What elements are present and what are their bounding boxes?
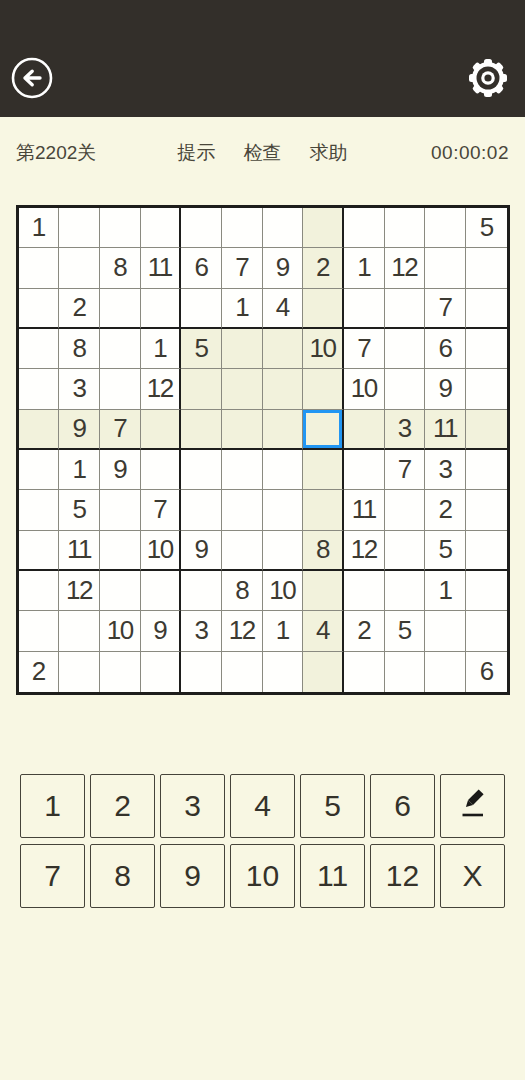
- sudoku-cell-r9c7[interactable]: [263, 531, 304, 571]
- key-11[interactable]: 11: [300, 844, 365, 908]
- sudoku-cell-r7c6[interactable]: [222, 450, 263, 490]
- sudoku-cell-r10c1[interactable]: [19, 571, 60, 611]
- sudoku-cell-r3c6[interactable]: 1: [222, 289, 263, 329]
- sudoku-cell-r10c5[interactable]: [181, 571, 222, 611]
- sudoku-cell-r11c6[interactable]: 12: [222, 611, 263, 651]
- sudoku-cell-r4c1[interactable]: [19, 329, 60, 369]
- sudoku-cell-r10c10[interactable]: [385, 571, 426, 611]
- sudoku-cell-r4c2[interactable]: 8: [59, 329, 100, 369]
- settings-button[interactable]: [466, 58, 510, 102]
- sudoku-cell-r8c7[interactable]: [263, 490, 304, 530]
- sudoku-cell-r7c11[interactable]: 3: [425, 450, 466, 490]
- sudoku-cell-r8c3[interactable]: [100, 490, 141, 530]
- sudoku-cell-r11c10[interactable]: 5: [385, 611, 426, 651]
- sudoku-cell-r2c1[interactable]: [19, 248, 60, 288]
- sudoku-cell-r7c4[interactable]: [141, 450, 182, 490]
- key-9[interactable]: 9: [160, 844, 225, 908]
- key-8[interactable]: 8: [90, 844, 155, 908]
- key-7[interactable]: 7: [20, 844, 85, 908]
- sudoku-cell-r11c4[interactable]: 9: [141, 611, 182, 651]
- sudoku-cell-r6c3[interactable]: 7: [100, 410, 141, 450]
- sudoku-cell-r3c12[interactable]: [466, 289, 507, 329]
- back-button[interactable]: [10, 58, 54, 102]
- sudoku-cell-r3c1[interactable]: [19, 289, 60, 329]
- sudoku-cell-r3c9[interactable]: [344, 289, 385, 329]
- sudoku-cell-r5c1[interactable]: [19, 369, 60, 409]
- sudoku-cell-r5c7[interactable]: [263, 369, 304, 409]
- sudoku-cell-r3c2[interactable]: 2: [59, 289, 100, 329]
- sudoku-cell-r9c10[interactable]: [385, 531, 426, 571]
- sudoku-cell-r10c7[interactable]: 10: [263, 571, 304, 611]
- sudoku-cell-r12c12[interactable]: 6: [466, 652, 507, 692]
- sudoku-cell-r8c4[interactable]: 7: [141, 490, 182, 530]
- sudoku-cell-r2c5[interactable]: 6: [181, 248, 222, 288]
- sudoku-cell-r9c11[interactable]: 5: [425, 531, 466, 571]
- sudoku-cell-r8c1[interactable]: [19, 490, 60, 530]
- sudoku-cell-r7c12[interactable]: [466, 450, 507, 490]
- game-toolbar: 第2202关 提示 检查 求助 00:00:02: [0, 117, 525, 189]
- sudoku-cell-r4c6[interactable]: [222, 329, 263, 369]
- sudoku-cell-r1c10[interactable]: [385, 208, 426, 248]
- sudoku-cell-r11c1[interactable]: [19, 611, 60, 651]
- sudoku-cell-r5c11[interactable]: 9: [425, 369, 466, 409]
- sudoku-cell-r6c10[interactable]: 3: [385, 410, 426, 450]
- sudoku-cell-r11c5[interactable]: 3: [181, 611, 222, 651]
- sudoku-cell-r6c9[interactable]: [344, 410, 385, 450]
- erase-button[interactable]: X: [440, 844, 505, 908]
- pencil-button[interactable]: [440, 774, 505, 838]
- sudoku-cell-r2c7[interactable]: 9: [263, 248, 304, 288]
- sudoku-cell-r1c5[interactable]: [181, 208, 222, 248]
- sudoku-cell-r4c5[interactable]: 5: [181, 329, 222, 369]
- sudoku-cell-r1c3[interactable]: [100, 208, 141, 248]
- sudoku-cell-r12c7[interactable]: [263, 652, 304, 692]
- sudoku-cell-r1c2[interactable]: [59, 208, 100, 248]
- number-keypad: 1 2 3 4 5 6 7 8 9 10 11 12 X: [20, 774, 505, 908]
- key-2[interactable]: 2: [90, 774, 155, 838]
- sudoku-cell-r9c6[interactable]: [222, 531, 263, 571]
- key-6[interactable]: 6: [370, 774, 435, 838]
- sudoku-cell-r6c7[interactable]: [263, 410, 304, 450]
- sudoku-cell-r5c5[interactable]: [181, 369, 222, 409]
- sudoku-cell-r10c3[interactable]: [100, 571, 141, 611]
- sudoku-cell-r6c1[interactable]: [19, 410, 60, 450]
- sudoku-cell-r3c8[interactable]: [303, 289, 344, 329]
- keypad-row-1: 1 2 3 4 5 6: [20, 774, 505, 838]
- sudoku-cell-r7c3[interactable]: 9: [100, 450, 141, 490]
- sudoku-cell-r11c9[interactable]: 2: [344, 611, 385, 651]
- gear-icon: [466, 56, 510, 104]
- sudoku-cell-r4c9[interactable]: 7: [344, 329, 385, 369]
- sudoku-cell-r2c6[interactable]: 7: [222, 248, 263, 288]
- sudoku-cell-r10c11[interactable]: 1: [425, 571, 466, 611]
- sudoku-cell-r2c12[interactable]: [466, 248, 507, 288]
- sudoku-cell-r10c9[interactable]: [344, 571, 385, 611]
- sudoku-cell-r7c7[interactable]: [263, 450, 304, 490]
- sudoku-cell-r1c1[interactable]: 1: [19, 208, 60, 248]
- sudoku-cell-r3c7[interactable]: 4: [263, 289, 304, 329]
- sudoku-cell-r4c4[interactable]: 1: [141, 329, 182, 369]
- sudoku-cell-r8c10[interactable]: [385, 490, 426, 530]
- back-arrow-icon: [10, 56, 54, 104]
- sudoku-cell-r7c2[interactable]: 1: [59, 450, 100, 490]
- toolbar-menu: 提示 检查 求助: [136, 140, 389, 166]
- sudoku-cell-r9c8[interactable]: 8: [303, 531, 344, 571]
- sudoku-cell-r1c8[interactable]: [303, 208, 344, 248]
- sudoku-cell-r7c5[interactable]: [181, 450, 222, 490]
- key-12[interactable]: 12: [370, 844, 435, 908]
- sudoku-cell-r3c3[interactable]: [100, 289, 141, 329]
- key-4[interactable]: 4: [230, 774, 295, 838]
- key-10[interactable]: 10: [230, 844, 295, 908]
- sudoku-cell-r1c12[interactable]: 5: [466, 208, 507, 248]
- sudoku-cell-r9c12[interactable]: [466, 531, 507, 571]
- sudoku-cell-r12c4[interactable]: [141, 652, 182, 692]
- sudoku-cell-r4c10[interactable]: [385, 329, 426, 369]
- sudoku-cell-r8c5[interactable]: [181, 490, 222, 530]
- sudoku-cell-r1c9[interactable]: [344, 208, 385, 248]
- sudoku-cell-r6c5[interactable]: [181, 410, 222, 450]
- sudoku-cell-r7c8[interactable]: [303, 450, 344, 490]
- sudoku-cell-r11c7[interactable]: 1: [263, 611, 304, 651]
- sudoku-cell-r12c5[interactable]: [181, 652, 222, 692]
- sudoku-cell-r6c2[interactable]: 9: [59, 410, 100, 450]
- sudoku-cell-r11c8[interactable]: 4: [303, 611, 344, 651]
- app-header: [0, 0, 525, 117]
- sudoku-cell-r10c2[interactable]: 12: [59, 571, 100, 611]
- sudoku-cell-r2c10[interactable]: 12: [385, 248, 426, 288]
- sudoku-cell-r9c3[interactable]: [100, 531, 141, 571]
- help-button[interactable]: 求助: [310, 140, 348, 166]
- sudoku-cell-r7c1[interactable]: [19, 450, 60, 490]
- sudoku-cell-r5c9[interactable]: 10: [344, 369, 385, 409]
- sudoku-cell-r6c8[interactable]: [303, 410, 344, 450]
- sudoku-cell-r10c12[interactable]: [466, 571, 507, 611]
- sudoku-cell-r2c4[interactable]: 11: [141, 248, 182, 288]
- sudoku-cell-r10c6[interactable]: 8: [222, 571, 263, 611]
- sudoku-cell-r6c12[interactable]: [466, 410, 507, 450]
- sudoku-cell-r5c4[interactable]: 12: [141, 369, 182, 409]
- sudoku-cell-r5c6[interactable]: [222, 369, 263, 409]
- sudoku-cell-r12c2[interactable]: [59, 652, 100, 692]
- sudoku-cell-r12c3[interactable]: [100, 652, 141, 692]
- sudoku-cell-r7c10[interactable]: 7: [385, 450, 426, 490]
- sudoku-cell-r10c8[interactable]: [303, 571, 344, 611]
- sudoku-cell-r12c1[interactable]: 2: [19, 652, 60, 692]
- sudoku-cell-r2c9[interactable]: 1: [344, 248, 385, 288]
- sudoku-cell-r8c9[interactable]: 11: [344, 490, 385, 530]
- pencil-icon: [457, 787, 489, 826]
- sudoku-cell-r9c2[interactable]: 11: [59, 531, 100, 571]
- sudoku-cell-r11c11[interactable]: [425, 611, 466, 651]
- sudoku-cell-r6c11[interactable]: 11: [425, 410, 466, 450]
- sudoku-cell-r8c6[interactable]: [222, 490, 263, 530]
- key-5[interactable]: 5: [300, 774, 365, 838]
- sudoku-cell-r8c11[interactable]: 2: [425, 490, 466, 530]
- sudoku-cell-r12c6[interactable]: [222, 652, 263, 692]
- sudoku-cell-r5c3[interactable]: [100, 369, 141, 409]
- sudoku-cell-r2c3[interactable]: 8: [100, 248, 141, 288]
- sudoku-cell-r11c3[interactable]: 10: [100, 611, 141, 651]
- sudoku-cell-r4c12[interactable]: [466, 329, 507, 369]
- sudoku-cell-r3c11[interactable]: 7: [425, 289, 466, 329]
- sudoku-cell-r4c8[interactable]: 10: [303, 329, 344, 369]
- hint-button[interactable]: 提示: [178, 140, 216, 166]
- sudoku-cell-r9c1[interactable]: [19, 531, 60, 571]
- sudoku-cell-r5c8[interactable]: [303, 369, 344, 409]
- sudoku-cell-r1c4[interactable]: [141, 208, 182, 248]
- sudoku-cell-r4c7[interactable]: [263, 329, 304, 369]
- sudoku-cell-r1c7[interactable]: [263, 208, 304, 248]
- sudoku-cell-r9c4[interactable]: 10: [141, 531, 182, 571]
- sudoku-cell-r9c5[interactable]: 9: [181, 531, 222, 571]
- sudoku-cell-r3c10[interactable]: [385, 289, 426, 329]
- sudoku-cell-r2c8[interactable]: 2: [303, 248, 344, 288]
- key-1[interactable]: 1: [20, 774, 85, 838]
- sudoku-cell-r6c4[interactable]: [141, 410, 182, 450]
- sudoku-cell-r5c2[interactable]: 3: [59, 369, 100, 409]
- sudoku-cell-r12c11[interactable]: [425, 652, 466, 692]
- sudoku-cell-r11c2[interactable]: [59, 611, 100, 651]
- sudoku-cell-r1c6[interactable]: [222, 208, 263, 248]
- sudoku-cell-r2c2[interactable]: [59, 248, 100, 288]
- sudoku-cell-r12c8[interactable]: [303, 652, 344, 692]
- sudoku-cell-r1c11[interactable]: [425, 208, 466, 248]
- key-3[interactable]: 3: [160, 774, 225, 838]
- sudoku-cell-r4c11[interactable]: 6: [425, 329, 466, 369]
- sudoku-cell-r12c9[interactable]: [344, 652, 385, 692]
- sudoku-cell-r2c11[interactable]: [425, 248, 466, 288]
- sudoku-cell-r8c12[interactable]: [466, 490, 507, 530]
- sudoku-cell-r9c9[interactable]: 12: [344, 531, 385, 571]
- sudoku-cell-r11c12[interactable]: [466, 611, 507, 651]
- sudoku-cell-r8c2[interactable]: 5: [59, 490, 100, 530]
- sudoku-cell-r5c10[interactable]: [385, 369, 426, 409]
- sudoku-cell-r12c10[interactable]: [385, 652, 426, 692]
- sudoku-cell-r7c9[interactable]: [344, 450, 385, 490]
- sudoku-cell-r10c4[interactable]: [141, 571, 182, 611]
- sudoku-cell-r5c12[interactable]: [466, 369, 507, 409]
- sudoku-cell-r3c5[interactable]: [181, 289, 222, 329]
- timer-display: 00:00:02: [389, 142, 509, 164]
- sudoku-cell-r6c6[interactable]: [222, 410, 263, 450]
- level-label: 第2202关: [16, 140, 136, 166]
- sudoku-cell-r3c4[interactable]: [141, 289, 182, 329]
- check-button[interactable]: 检查: [244, 140, 282, 166]
- keypad-row-2: 7 8 9 10 11 12 X: [20, 844, 505, 908]
- sudoku-cell-r8c8[interactable]: [303, 490, 344, 530]
- sudoku-cell-r4c3[interactable]: [100, 329, 141, 369]
- sudoku-board: 1581167921122147815107631210997311197357…: [16, 205, 510, 695]
